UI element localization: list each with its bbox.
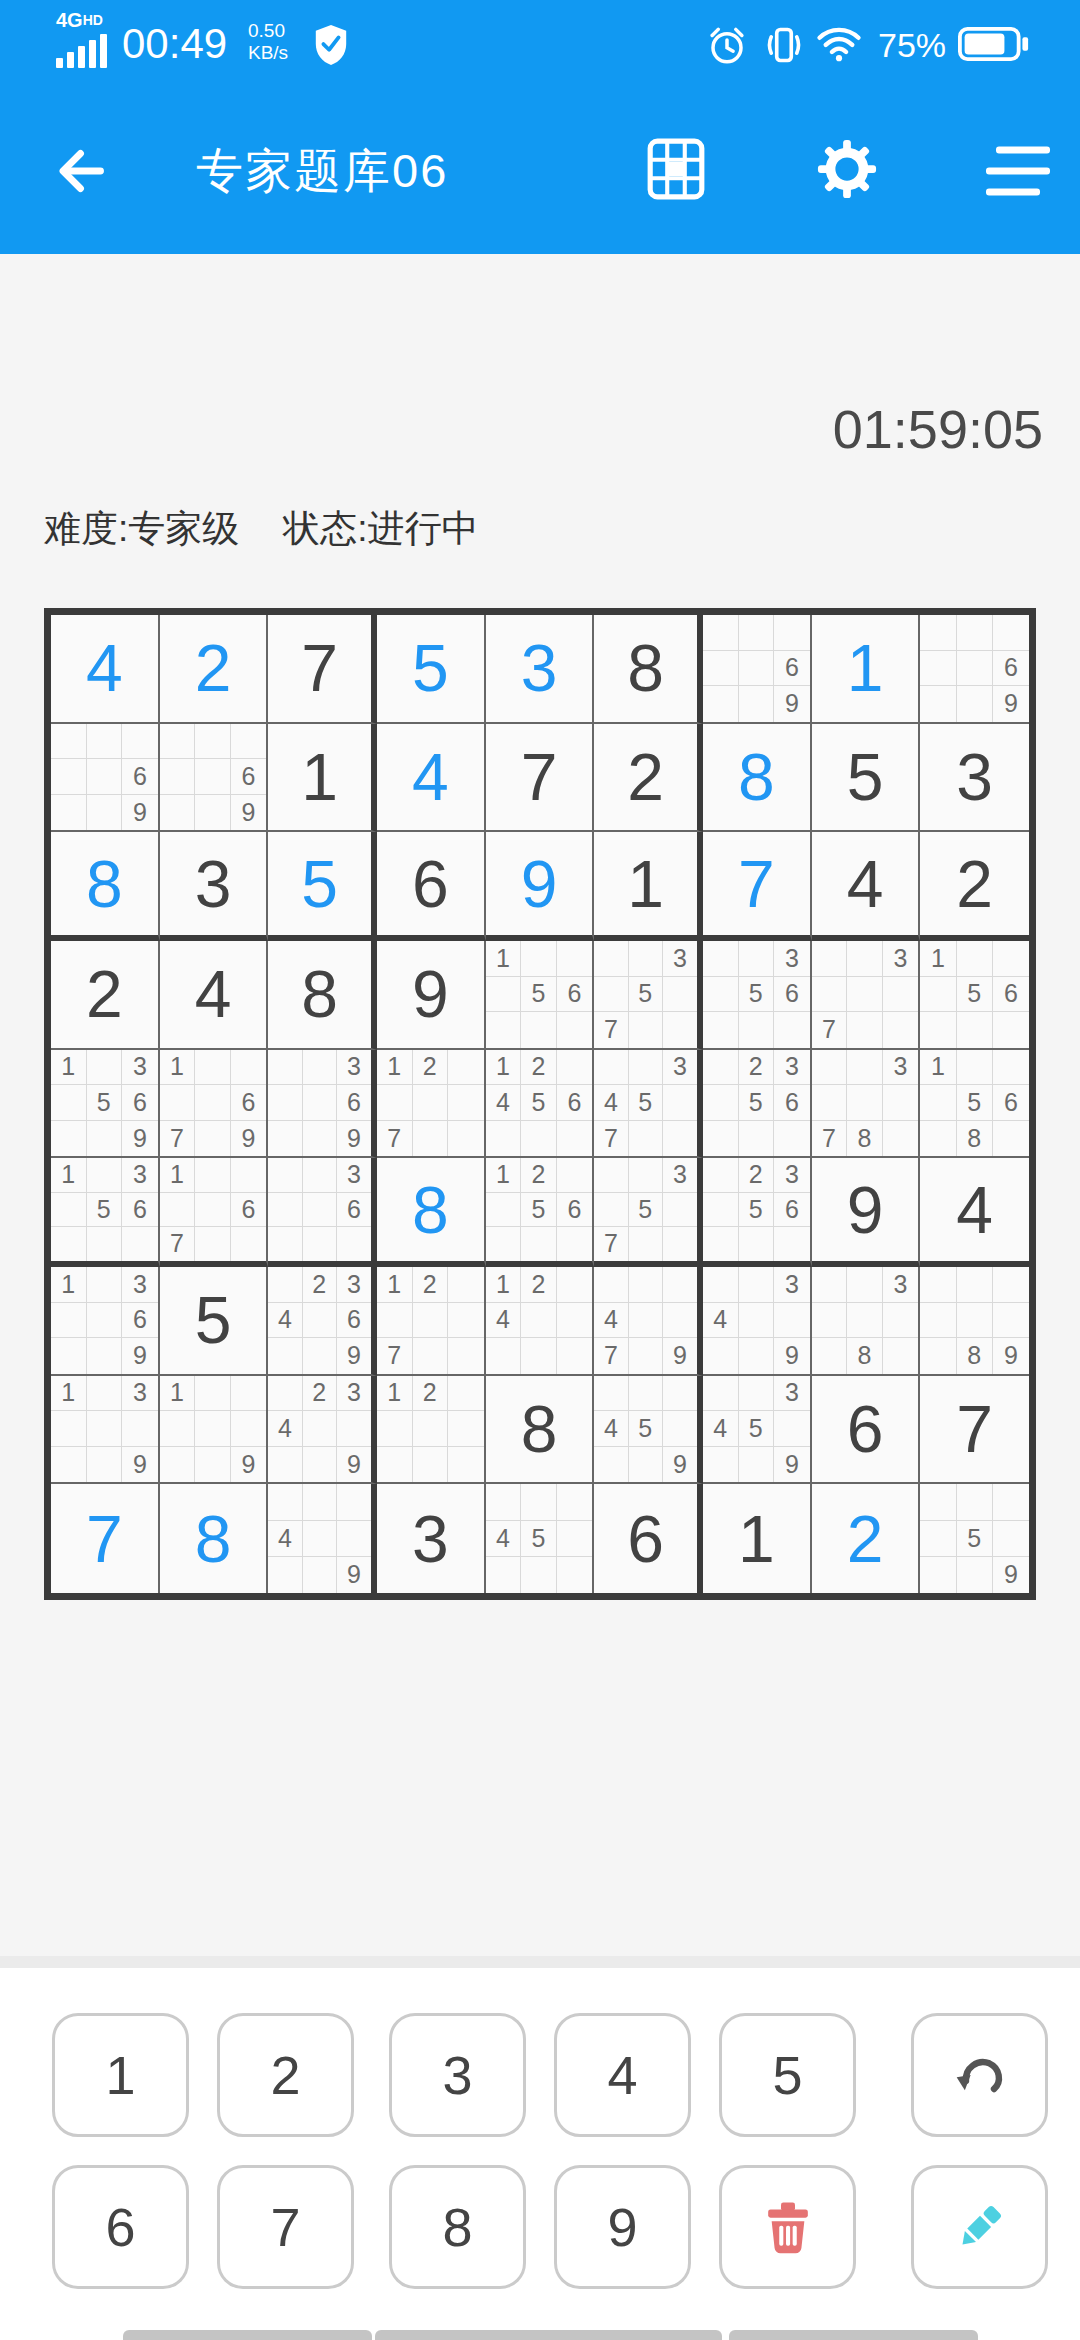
pencil-mark — [957, 1012, 993, 1048]
cell-r1c6[interactable]: 8 — [594, 615, 703, 724]
pencil-mark — [629, 1227, 663, 1261]
pencil-mark — [303, 1193, 337, 1227]
cell-r1c9[interactable]: 69 — [920, 615, 1029, 724]
pencil-mark — [337, 1411, 371, 1447]
network-speed-value: 0.50 — [248, 20, 288, 42]
cell-r9c2[interactable]: 8 — [160, 1484, 269, 1593]
key-9[interactable]: 9 — [554, 2165, 691, 2289]
given-digit: 7 — [956, 1396, 993, 1462]
cell-r6c8[interactable]: 9 — [812, 1158, 921, 1267]
pencil-mark — [268, 1227, 302, 1261]
pencil-mark: 7 — [594, 1227, 628, 1261]
pencil-mark — [268, 1121, 302, 1157]
cell-r4c1[interactable]: 2 — [51, 941, 160, 1050]
pencil-mark: 5 — [739, 1193, 775, 1227]
cell-r8c6[interactable]: 459 — [594, 1376, 703, 1485]
cell-r5c9[interactable]: 1568 — [920, 1050, 1029, 1159]
cell-r9c6[interactable]: 6 — [594, 1484, 703, 1593]
cell-r3c4[interactable]: 6 — [377, 832, 486, 941]
cell-r7c9[interactable]: 89 — [920, 1267, 1029, 1376]
given-digit: 6 — [847, 1396, 884, 1462]
pencil-mark — [87, 1158, 123, 1192]
pencil-grid: 127 — [377, 1050, 484, 1157]
cell-r1c8[interactable]: 1 — [812, 615, 921, 724]
given-digit: 8 — [301, 961, 338, 1027]
status-bar: 4GHD 00:49 0.50 KB/s 75% — [0, 0, 1080, 88]
pencil-mark: 6 — [337, 1085, 371, 1121]
pencil-grid: 89 — [920, 1267, 1029, 1374]
pencil-mark — [160, 1193, 196, 1227]
pencil-mark — [486, 1557, 522, 1593]
pencil-mark — [87, 1303, 123, 1339]
key-3[interactable]: 3 — [389, 2013, 526, 2137]
pencil-mark: 5 — [629, 977, 663, 1013]
pencil-mark: 1 — [486, 1267, 522, 1303]
pencil-mark: 6 — [337, 1193, 371, 1227]
pencil-mark — [920, 651, 956, 687]
filled-digit: 5 — [412, 635, 449, 701]
pencil-mark: 6 — [774, 1193, 810, 1227]
network-speed: 0.50 KB/s — [248, 20, 288, 64]
pencil-mark: 9 — [122, 1121, 158, 1157]
pencil-mark — [703, 1227, 739, 1261]
given-digit: 7 — [521, 744, 558, 810]
pencil-grid: 127 — [377, 1267, 484, 1374]
pencil-mark: 1 — [160, 1050, 196, 1086]
filled-digit: 1 — [847, 635, 884, 701]
pencil-mark — [557, 1303, 593, 1339]
key-8[interactable]: 8 — [389, 2165, 526, 2289]
given-digit: 4 — [956, 1177, 993, 1243]
pencil-mark — [557, 1338, 593, 1374]
pencil-mark — [486, 1227, 522, 1261]
pencil-mark: 7 — [377, 1121, 413, 1157]
pencil-mark — [122, 724, 158, 760]
pencil-mark — [594, 941, 628, 977]
pencil-mark — [87, 1227, 123, 1261]
pencil-mark — [377, 1447, 413, 1483]
pencil-mark: 5 — [739, 977, 775, 1013]
pencil-mark — [594, 1193, 628, 1227]
pencil-mark — [486, 1121, 522, 1157]
pencil-mark: 3 — [122, 1376, 158, 1412]
cell-r3c9[interactable]: 2 — [920, 832, 1029, 941]
cell-r3c5[interactable]: 9 — [486, 832, 595, 941]
pencil-mark — [812, 1303, 848, 1339]
cell-r7c3[interactable]: 23469 — [268, 1267, 377, 1376]
pencil-mark — [920, 615, 956, 651]
pencil-mark — [957, 941, 993, 977]
cell-r3c3[interactable]: 5 — [268, 832, 377, 941]
filled-digit: 3 — [521, 635, 558, 701]
pencil-mark — [703, 977, 739, 1013]
cell-r9c5[interactable]: 45 — [486, 1484, 595, 1593]
pencil-mark: 6 — [557, 1193, 593, 1227]
cell-r2c1[interactable]: 69 — [51, 724, 160, 833]
pencil-mark — [195, 1376, 231, 1412]
cell-r3c2[interactable]: 3 — [160, 832, 269, 941]
pencil-mark — [847, 1012, 883, 1048]
cell-r9c8[interactable]: 2 — [812, 1484, 921, 1593]
cell-r9c7[interactable]: 1 — [703, 1484, 812, 1593]
pencil-mark — [160, 795, 196, 831]
pencil-grid: 12 — [377, 1376, 484, 1483]
pencil-mark: 3 — [883, 1050, 919, 1086]
pencil-mark: 9 — [231, 795, 267, 831]
cell-r8c2[interactable]: 19 — [160, 1376, 269, 1485]
pencil-mark — [268, 1447, 302, 1483]
pencil-mark — [268, 1484, 302, 1520]
pencil-mark — [883, 1338, 919, 1374]
cell-r2c9[interactable]: 3 — [920, 724, 1029, 833]
pencil-mark — [51, 1121, 87, 1157]
pencil-mark — [594, 1267, 628, 1303]
pencil-mark — [847, 1303, 883, 1339]
pencil-mark — [448, 1303, 484, 1339]
cell-r6c3[interactable]: 36 — [268, 1158, 377, 1267]
pencil-grid: 139 — [51, 1376, 158, 1483]
settings-button[interactable] — [816, 138, 878, 204]
cell-r5c3[interactable]: 369 — [268, 1050, 377, 1159]
pencil-mark — [521, 1484, 557, 1520]
pencil-mark: 4 — [486, 1303, 522, 1339]
pencil-mark — [663, 1303, 697, 1339]
pencil-mark — [594, 1376, 628, 1412]
pencil-mark: 2 — [303, 1376, 337, 1412]
pencil-mark: 2 — [521, 1050, 557, 1086]
cell-r4c4[interactable]: 9 — [377, 941, 486, 1050]
pencil-mark — [268, 1267, 302, 1303]
pencil-mark — [993, 1521, 1029, 1557]
nav-bar-center[interactable] — [375, 2330, 722, 2340]
key-7[interactable]: 7 — [217, 2165, 354, 2289]
pencil-mark: 6 — [337, 1303, 371, 1339]
cell-r8c1[interactable]: 139 — [51, 1376, 160, 1485]
cell-r6c6[interactable]: 357 — [594, 1158, 703, 1267]
pencil-mark — [957, 686, 993, 722]
pencil-mark — [268, 1158, 302, 1192]
cell-r9c1[interactable]: 7 — [51, 1484, 160, 1593]
filled-digit: 5 — [301, 851, 338, 917]
key-6[interactable]: 6 — [52, 2165, 189, 2289]
pencil-mark: 1 — [377, 1267, 413, 1303]
pencil-mark — [521, 1303, 557, 1339]
cell-r7c4[interactable]: 127 — [377, 1267, 486, 1376]
given-digit: 9 — [847, 1177, 884, 1243]
pencil-mark — [195, 1121, 231, 1157]
grid-view-button[interactable] — [645, 137, 707, 205]
cell-r3c6[interactable]: 1 — [594, 832, 703, 941]
pencil-grid: 2356 — [703, 1158, 810, 1261]
pencil-mark — [663, 977, 697, 1013]
pencil-mark — [739, 1267, 775, 1303]
cell-r6c7[interactable]: 2356 — [703, 1158, 812, 1267]
pencil-mark — [268, 1376, 302, 1412]
pencil-mark — [557, 1158, 593, 1192]
cell-r1c3[interactable]: 7 — [268, 615, 377, 724]
pencil-mark — [160, 1085, 196, 1121]
cell-r7c7[interactable]: 349 — [703, 1267, 812, 1376]
pencil-mark — [557, 1012, 593, 1048]
cell-r5c7[interactable]: 2356 — [703, 1050, 812, 1159]
given-digit: 4 — [195, 961, 232, 1027]
pencil-mark: 2 — [413, 1376, 449, 1412]
cell-r2c4[interactable]: 4 — [377, 724, 486, 833]
given-digit: 7 — [301, 635, 338, 701]
pencil-mark — [87, 759, 123, 795]
pencil-mark — [557, 1521, 593, 1557]
key-4[interactable]: 4 — [554, 2013, 691, 2137]
pencil-mark: 7 — [594, 1121, 628, 1157]
pencil-mark — [629, 941, 663, 977]
pencil-mark — [774, 615, 810, 651]
cell-r5c6[interactable]: 3457 — [594, 1050, 703, 1159]
given-digit: 1 — [627, 851, 664, 917]
pencil-mark: 5 — [629, 1411, 663, 1447]
cell-r8c4[interactable]: 12 — [377, 1376, 486, 1485]
pencil-mark: 3 — [663, 941, 697, 977]
given-digit: 1 — [301, 744, 338, 810]
cell-r3c8[interactable]: 4 — [812, 832, 921, 941]
key-5[interactable]: 5 — [719, 2013, 856, 2137]
pencil-mark — [51, 1193, 87, 1227]
pencil-mark — [703, 651, 739, 687]
wifi-icon — [816, 24, 862, 68]
cell-r6c1[interactable]: 1356 — [51, 1158, 160, 1267]
filled-digit: 7 — [86, 1506, 123, 1572]
cell-r7c6[interactable]: 479 — [594, 1267, 703, 1376]
pencil-mark: 7 — [594, 1338, 628, 1374]
pencil-mark — [557, 1557, 593, 1593]
pencil-mark — [448, 1376, 484, 1412]
network-type-label: 4GHD — [56, 10, 107, 30]
cell-r9c4[interactable]: 3 — [377, 1484, 486, 1593]
pencil-mark: 3 — [122, 1050, 158, 1086]
pencil-mark — [51, 759, 87, 795]
cell-r2c2[interactable]: 69 — [160, 724, 269, 833]
shield-check-icon — [312, 22, 350, 72]
pencil-mark — [195, 1193, 231, 1227]
undo-button[interactable] — [911, 2013, 1048, 2137]
cell-r1c2[interactable]: 2 — [160, 615, 269, 724]
pencil-mark — [812, 977, 848, 1013]
cell-r1c7[interactable]: 69 — [703, 615, 812, 724]
pencil-mark — [268, 1338, 302, 1374]
cell-r6c9[interactable]: 4 — [920, 1158, 1029, 1267]
given-digit: 4 — [847, 851, 884, 917]
pencil-grid: 19 — [160, 1376, 267, 1483]
pencil-mark: 6 — [231, 1085, 267, 1121]
cell-r6c5[interactable]: 1256 — [486, 1158, 595, 1267]
cell-r2c7[interactable]: 8 — [703, 724, 812, 833]
cell-r1c5[interactable]: 3 — [486, 615, 595, 724]
pencil-mark: 9 — [231, 1447, 267, 1483]
pencil-mark: 4 — [268, 1411, 302, 1447]
pencil-mark — [448, 1050, 484, 1086]
nav-bar-left[interactable] — [123, 2330, 372, 2340]
pencil-mark — [448, 1447, 484, 1483]
cell-r2c3[interactable]: 1 — [268, 724, 377, 833]
pencil-mark — [160, 724, 196, 760]
key-2[interactable]: 2 — [217, 2013, 354, 2137]
cell-r7c1[interactable]: 1369 — [51, 1267, 160, 1376]
cell-r9c9[interactable]: 59 — [920, 1484, 1029, 1593]
pencil-mark: 9 — [993, 1557, 1029, 1593]
pencil-mark: 3 — [883, 941, 919, 977]
pencil-mark — [521, 1557, 557, 1593]
battery-percent: 75% — [878, 26, 946, 65]
pencil-mark — [663, 1085, 697, 1121]
pencil-mark — [377, 1411, 413, 1447]
cell-r7c8[interactable]: 38 — [812, 1267, 921, 1376]
cell-r8c7[interactable]: 3459 — [703, 1376, 812, 1485]
pencil-mark — [957, 615, 993, 651]
cell-r6c2[interactable]: 167 — [160, 1158, 269, 1267]
pencil-mark — [557, 1050, 593, 1086]
cell-r4c9[interactable]: 156 — [920, 941, 1029, 1050]
cell-r2c6[interactable]: 2 — [594, 724, 703, 833]
pencil-mark: 2 — [739, 1050, 775, 1086]
pencil-mark: 9 — [337, 1447, 371, 1483]
pencil-grid: 156 — [486, 941, 593, 1048]
cell-r2c8[interactable]: 5 — [812, 724, 921, 833]
pencil-mark — [883, 1085, 919, 1121]
cell-r1c4[interactable]: 5 — [377, 615, 486, 724]
cell-r5c4[interactable]: 127 — [377, 1050, 486, 1159]
cell-r5c5[interactable]: 12456 — [486, 1050, 595, 1159]
cell-r6c4[interactable]: 8 — [377, 1158, 486, 1267]
filled-digit: 8 — [195, 1506, 232, 1572]
pencil-mark — [303, 1121, 337, 1157]
pencil-mark: 7 — [594, 1012, 628, 1048]
pencil-mark — [703, 1158, 739, 1192]
cell-r7c5[interactable]: 124 — [486, 1267, 595, 1376]
pencil-mark — [303, 1227, 337, 1261]
pencil-mark: 5 — [629, 1085, 663, 1121]
menu-button[interactable] — [986, 147, 1050, 196]
pencil-mark: 9 — [122, 1447, 158, 1483]
cell-r1c1[interactable]: 4 — [51, 615, 160, 724]
pencil-mode-button[interactable] — [911, 2165, 1048, 2289]
pencil-mark — [303, 1484, 337, 1520]
cell-r7c2[interactable]: 5 — [160, 1267, 269, 1376]
key-1[interactable]: 1 — [52, 2013, 189, 2137]
pencil-mark — [303, 1447, 337, 1483]
pencil-mark — [87, 1376, 123, 1412]
cell-r3c1[interactable]: 8 — [51, 832, 160, 941]
pencil-mark — [160, 1411, 196, 1447]
pencil-mark — [51, 795, 87, 831]
status-label: 状态:进行中 — [283, 508, 478, 549]
pencil-mark — [231, 1227, 267, 1261]
sudoku-board: 4275386916969691472853835691742248915635… — [44, 608, 1036, 1600]
pencil-mark: 6 — [122, 1085, 158, 1121]
pencil-mark — [920, 686, 956, 722]
pencil-mark — [303, 1085, 337, 1121]
pencil-mark — [195, 1447, 231, 1483]
pencil-mark — [594, 977, 628, 1013]
pencil-mark — [51, 1085, 87, 1121]
pencil-mark — [413, 1411, 449, 1447]
pencil-mark — [413, 1338, 449, 1374]
given-digit: 1 — [738, 1506, 775, 1572]
pencil-mark — [51, 724, 87, 760]
pencil-mark — [413, 1121, 449, 1157]
pencil-mark — [847, 1050, 883, 1086]
pencil-mark — [703, 1338, 739, 1374]
pencil-mark: 9 — [231, 1121, 267, 1157]
cell-r4c5[interactable]: 156 — [486, 941, 595, 1050]
cell-r4c7[interactable]: 356 — [703, 941, 812, 1050]
cell-r8c9[interactable]: 7 — [920, 1376, 1029, 1485]
pencil-mark: 2 — [739, 1158, 775, 1192]
pencil-mark — [739, 941, 775, 977]
pencil-grid: 1369 — [51, 1267, 158, 1374]
pencil-mark — [303, 1411, 337, 1447]
battery-icon — [958, 24, 1030, 68]
pencil-mark — [195, 1158, 231, 1192]
pencil-mark — [377, 1085, 413, 1121]
pencil-mark — [629, 1158, 663, 1192]
pencil-mark — [87, 1267, 123, 1303]
pencil-mark — [303, 1557, 337, 1593]
back-button[interactable] — [48, 141, 108, 201]
cell-r5c2[interactable]: 1679 — [160, 1050, 269, 1159]
pencil-mark — [413, 1085, 449, 1121]
cell-r4c6[interactable]: 357 — [594, 941, 703, 1050]
cell-r4c2[interactable]: 4 — [160, 941, 269, 1050]
cell-r8c8[interactable]: 6 — [812, 1376, 921, 1485]
pencil-mark — [448, 1338, 484, 1374]
cell-r4c8[interactable]: 37 — [812, 941, 921, 1050]
pencil-mark: 6 — [993, 1085, 1029, 1121]
cell-r2c5[interactable]: 7 — [486, 724, 595, 833]
pencil-mark — [122, 1411, 158, 1447]
cell-r8c5[interactable]: 8 — [486, 1376, 595, 1485]
cell-r4c3[interactable]: 8 — [268, 941, 377, 1050]
pencil-grid: 356 — [703, 941, 810, 1048]
cell-r3c7[interactable]: 7 — [703, 832, 812, 941]
cell-r5c1[interactable]: 13569 — [51, 1050, 160, 1159]
pencil-icon — [953, 2200, 1007, 2254]
network-speed-unit: KB/s — [248, 42, 288, 64]
pencil-mark — [51, 1303, 87, 1339]
pencil-mark: 3 — [663, 1158, 697, 1192]
pencil-mark — [594, 1158, 628, 1192]
pencil-mark — [231, 1411, 267, 1447]
pencil-mark — [87, 1411, 123, 1447]
pencil-mark: 3 — [337, 1267, 371, 1303]
pencil-mark — [303, 1158, 337, 1192]
pencil-mark: 6 — [557, 977, 593, 1013]
pencil-mark — [774, 1411, 810, 1447]
pencil-mark: 8 — [957, 1121, 993, 1157]
pencil-mark: 5 — [739, 1085, 775, 1121]
cell-r5c8[interactable]: 378 — [812, 1050, 921, 1159]
nav-bar-right[interactable] — [729, 2330, 978, 2340]
erase-button[interactable] — [719, 2165, 856, 2289]
pencil-mark: 1 — [486, 941, 522, 977]
pencil-mark: 2 — [413, 1050, 449, 1086]
filled-digit: 8 — [412, 1177, 449, 1243]
pencil-mark — [629, 1050, 663, 1086]
cell-r9c3[interactable]: 49 — [268, 1484, 377, 1593]
pencil-mark: 5 — [521, 1193, 557, 1227]
cell-r8c3[interactable]: 2349 — [268, 1376, 377, 1485]
pencil-mark — [122, 1227, 158, 1261]
pencil-mark: 3 — [337, 1158, 371, 1192]
pencil-mark: 3 — [774, 1050, 810, 1086]
